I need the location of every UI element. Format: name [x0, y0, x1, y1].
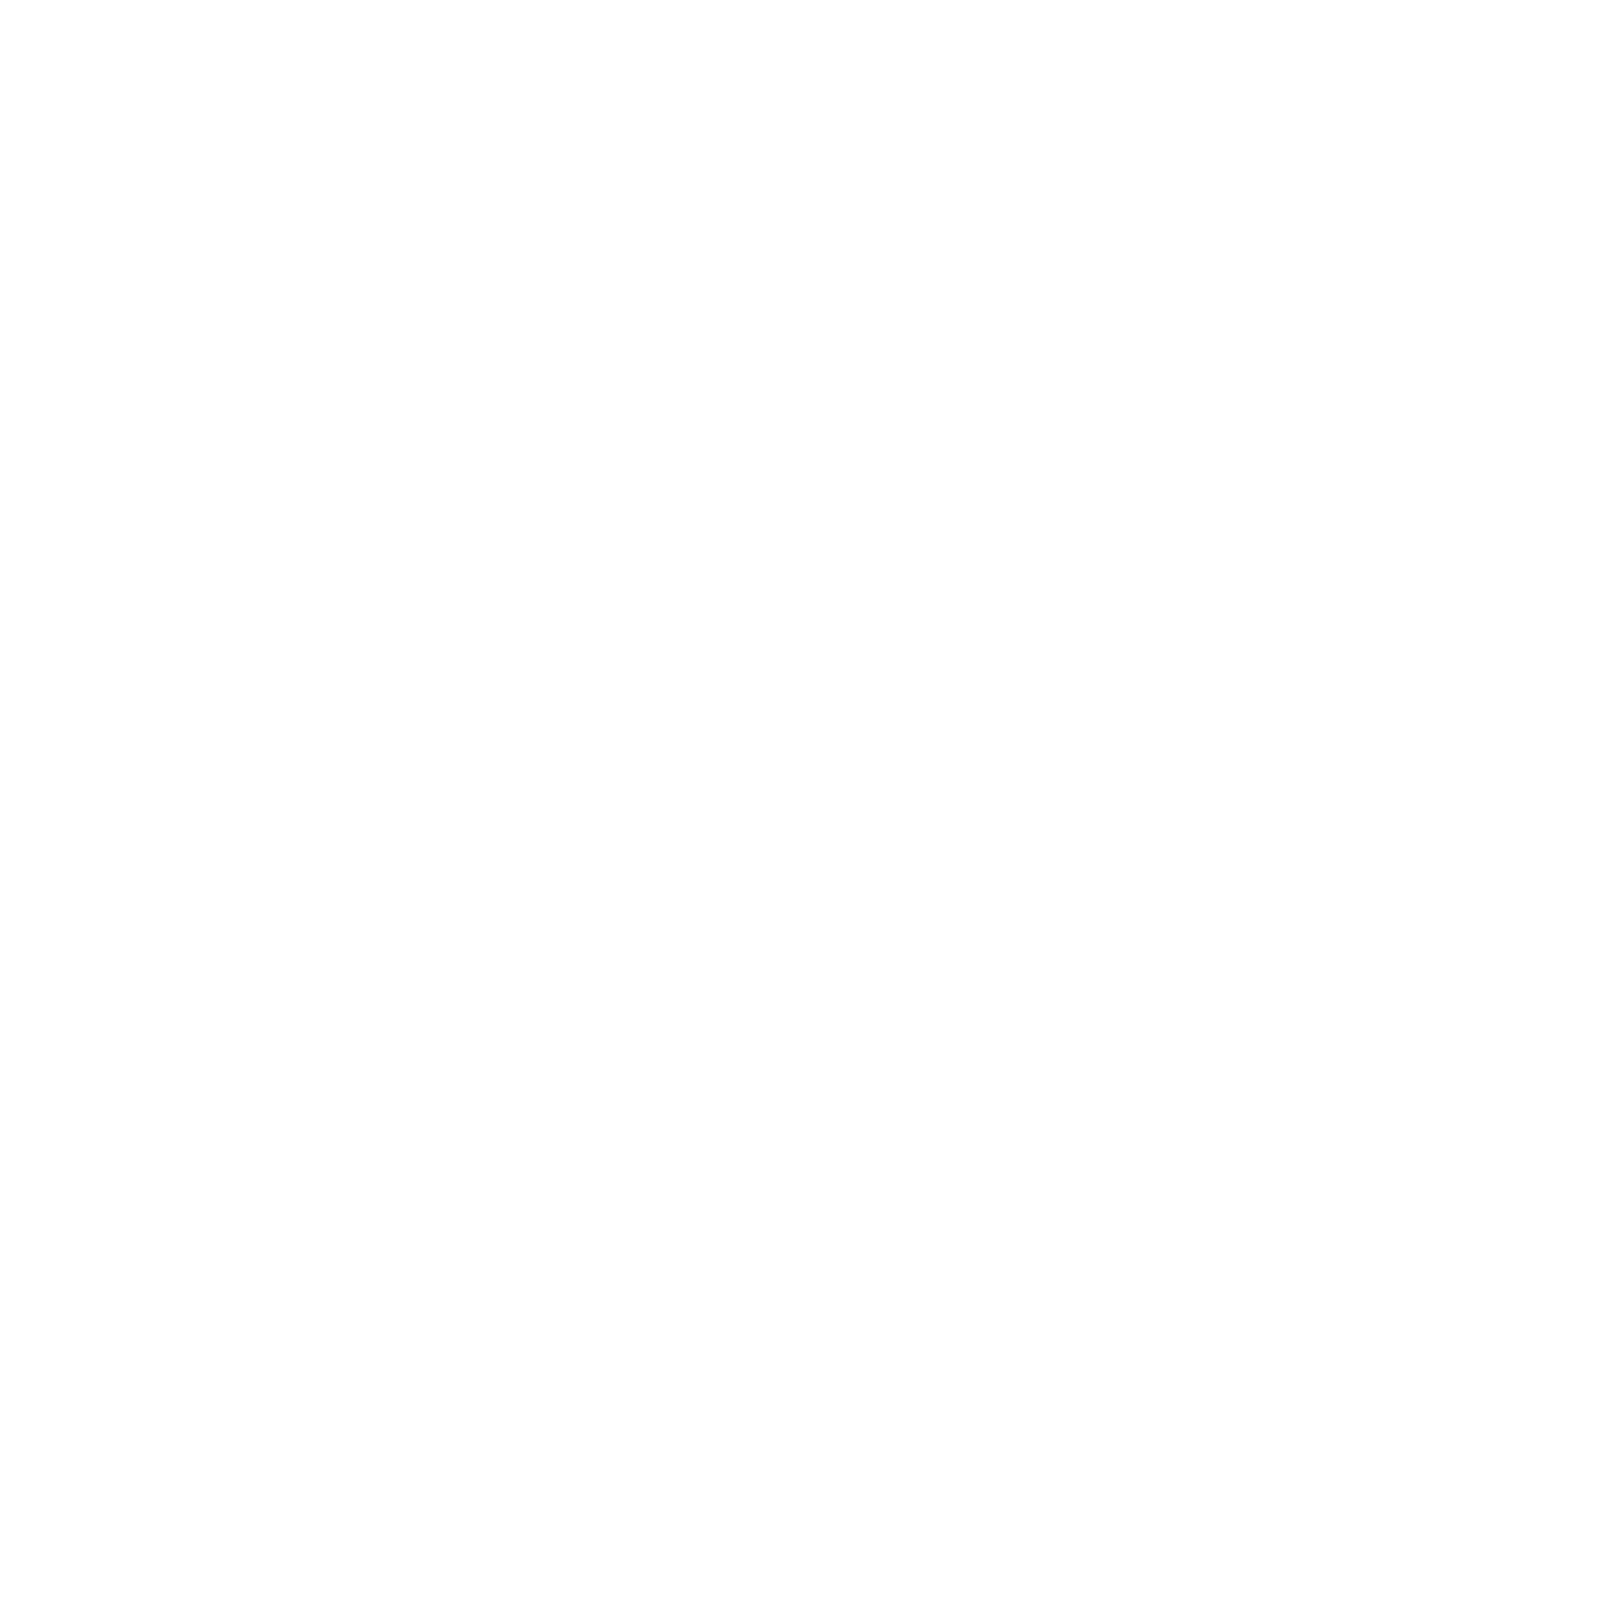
mancala-scene [0, 0, 1600, 1600]
product-photo [0, 0, 1600, 1600]
